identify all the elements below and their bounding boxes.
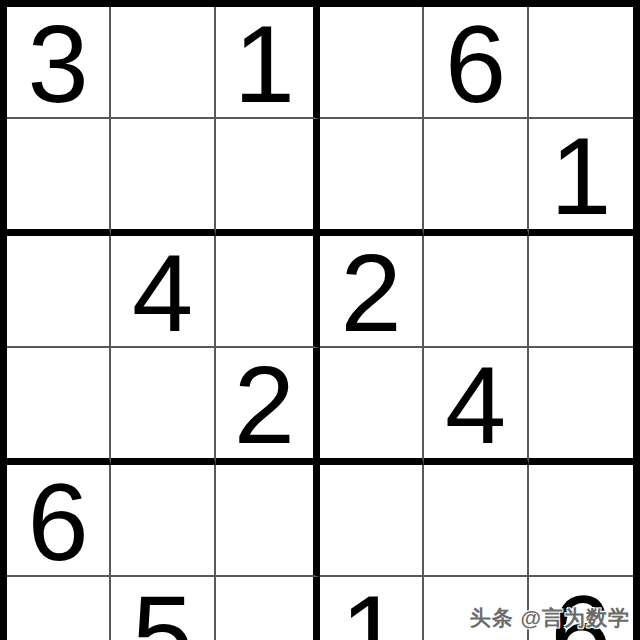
sudoku-puzzle-image: 316142246516 头条 @言为数学 xyxy=(0,0,640,640)
cell-r4c5[interactable]: 4 xyxy=(424,348,528,465)
cell-r2c5[interactable] xyxy=(424,119,528,236)
cell-r5c4[interactable] xyxy=(320,465,424,577)
sudoku-board: 316142246516 xyxy=(0,0,640,640)
given-digit: 2 xyxy=(234,350,295,460)
cell-r3c5[interactable] xyxy=(424,236,528,348)
cell-r3c1[interactable] xyxy=(7,236,111,348)
cell-r6c2[interactable]: 5 xyxy=(111,577,215,640)
cell-r5c6[interactable] xyxy=(529,465,633,577)
cell-r1c5[interactable]: 6 xyxy=(424,7,528,119)
cell-r1c2[interactable] xyxy=(111,7,215,119)
cell-r1c3[interactable]: 1 xyxy=(216,7,320,119)
cell-r3c6[interactable] xyxy=(529,236,633,348)
cell-r2c6[interactable]: 1 xyxy=(529,119,633,236)
cell-r4c2[interactable] xyxy=(111,348,215,465)
cell-r1c6[interactable] xyxy=(529,7,633,119)
given-digit: 4 xyxy=(445,350,506,460)
cell-r4c1[interactable] xyxy=(7,348,111,465)
cell-r5c1[interactable]: 6 xyxy=(7,465,111,577)
cell-r6c4[interactable]: 1 xyxy=(320,577,424,640)
cell-r5c2[interactable] xyxy=(111,465,215,577)
cell-r6c1[interactable] xyxy=(7,577,111,640)
toutiao-watermark: 头条 @言为数学 xyxy=(470,604,630,632)
cell-r3c4[interactable]: 2 xyxy=(320,236,424,348)
given-digit: 3 xyxy=(28,9,89,119)
cell-r4c3[interactable]: 2 xyxy=(216,348,320,465)
given-digit: 1 xyxy=(550,121,611,231)
cell-r6c3[interactable] xyxy=(216,577,320,640)
cell-r2c1[interactable] xyxy=(7,119,111,236)
given-digit: 4 xyxy=(132,238,193,348)
cell-r2c3[interactable] xyxy=(216,119,320,236)
cell-r3c2[interactable]: 4 xyxy=(111,236,215,348)
cell-r1c1[interactable]: 3 xyxy=(7,7,111,119)
given-digit: 1 xyxy=(341,579,402,640)
given-digit: 1 xyxy=(234,9,295,119)
cell-r1c4[interactable] xyxy=(320,7,424,119)
given-digit: 2 xyxy=(341,238,402,348)
given-digit: 6 xyxy=(28,467,89,577)
cell-r4c6[interactable] xyxy=(529,348,633,465)
cell-r5c5[interactable] xyxy=(424,465,528,577)
cell-r2c2[interactable] xyxy=(111,119,215,236)
given-digit: 6 xyxy=(445,9,506,119)
cell-r3c3[interactable] xyxy=(216,236,320,348)
given-digit: 5 xyxy=(132,579,193,640)
cell-r4c4[interactable] xyxy=(320,348,424,465)
cell-r2c4[interactable] xyxy=(320,119,424,236)
cell-r5c3[interactable] xyxy=(216,465,320,577)
